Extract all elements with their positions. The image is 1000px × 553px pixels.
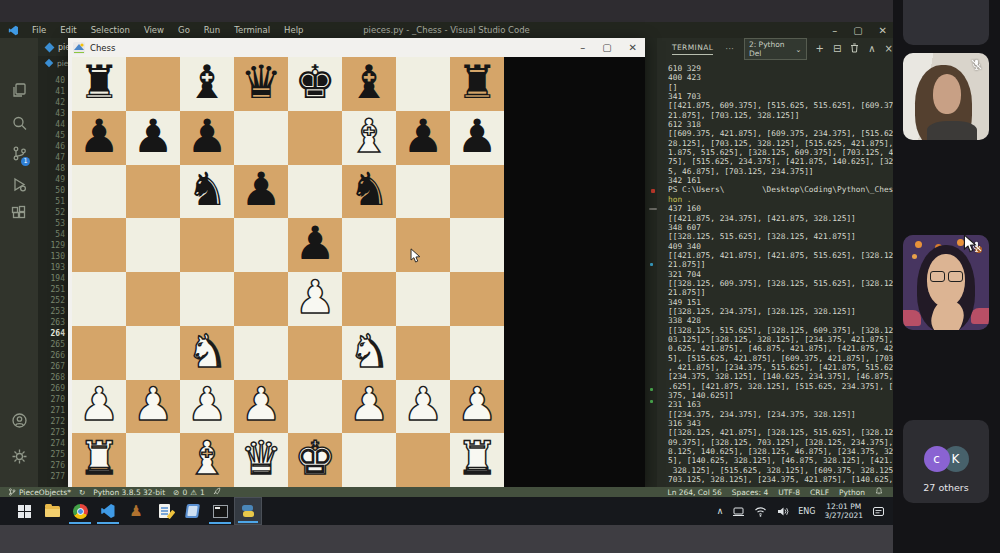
editor-line-numbers: 4041424344454647484950515253541291301931… bbox=[38, 75, 65, 482]
square-d3[interactable] bbox=[234, 326, 288, 380]
piece-black-pawn-g7: ♟ bbox=[402, 113, 443, 159]
mic-muted-icon bbox=[970, 58, 983, 71]
tray-clock[interactable]: 12:01 PM 3/27/2021 bbox=[825, 502, 863, 520]
line-number-251: 251 bbox=[38, 284, 65, 295]
terminal-line: 400 423 bbox=[668, 73, 893, 82]
line-number-43: 43 bbox=[38, 108, 65, 119]
taskbar-notebook-app[interactable] bbox=[178, 497, 206, 525]
square-d6[interactable]: ♟ bbox=[234, 165, 288, 219]
participant-body bbox=[927, 121, 977, 140]
square-h4[interactable] bbox=[450, 272, 504, 326]
terminal-line: 0.625, 421.875], [46.875, 421.875], [421… bbox=[668, 344, 893, 353]
terminal-line: 375, 140.625]] bbox=[668, 391, 893, 400]
sync-icon[interactable]: ↻ bbox=[79, 488, 85, 497]
piece-black-pawn-b7: ♟ bbox=[132, 113, 173, 159]
piece-black-bishop-c8: ♝ bbox=[186, 59, 227, 105]
problems-item[interactable]: ⊘0 ⚠1 bbox=[173, 488, 205, 497]
terminal-line: 1.875, 515.625], [328.125, 609.375], [70… bbox=[668, 148, 893, 157]
square-a8[interactable]: ♜ bbox=[72, 57, 126, 111]
square-b2[interactable]: ♟ bbox=[126, 380, 180, 434]
line-number-53: 53 bbox=[38, 218, 65, 229]
line-number-263: 263 bbox=[38, 317, 65, 328]
square-f5[interactable] bbox=[342, 218, 396, 272]
square-b8[interactable] bbox=[126, 57, 180, 111]
line-number-40: 40 bbox=[38, 75, 65, 86]
square-e4[interactable]: ♟ bbox=[288, 272, 342, 326]
terminal-line: 349 151 bbox=[668, 298, 893, 307]
python-icon bbox=[240, 503, 256, 519]
vscode-window-controls: – ▢ ✕ bbox=[832, 22, 887, 38]
square-c3[interactable]: ♞ bbox=[180, 326, 234, 380]
document-icon bbox=[159, 504, 170, 518]
terminal-line: 21.875]] bbox=[668, 288, 893, 297]
command-prompt-icon bbox=[213, 505, 228, 518]
windows-logo-icon bbox=[18, 505, 31, 518]
editor-minimap-mark bbox=[650, 400, 653, 403]
vscode-close-button[interactable]: ✕ bbox=[879, 25, 887, 36]
square-d8[interactable]: ♛ bbox=[234, 57, 288, 111]
terminal-line: 09.375], [328.125, 703.125], [328.125, 2… bbox=[668, 438, 893, 447]
piece-white-pawn-g2: ♟ bbox=[402, 381, 443, 427]
line-number-49: 49 bbox=[38, 174, 65, 185]
line-number-130: 130 bbox=[38, 251, 65, 262]
line-number-44: 44 bbox=[38, 119, 65, 130]
piece-black-bishop-f8: ♝ bbox=[348, 59, 389, 105]
vscode-menubar: FileEditSelectionViewGoRunTerminalHelp p… bbox=[0, 22, 893, 38]
square-d4[interactable] bbox=[234, 272, 288, 326]
vscode-icon bbox=[100, 503, 116, 519]
editor-minimap-mark bbox=[649, 208, 657, 210]
line-number-253: 253 bbox=[38, 306, 65, 317]
tray-volume-icon[interactable] bbox=[776, 505, 789, 518]
taskbar-python[interactable] bbox=[234, 497, 262, 525]
line-number-252: 252 bbox=[38, 295, 65, 306]
participant-tile-video-1[interactable] bbox=[903, 53, 989, 140]
extensions-icon[interactable] bbox=[11, 205, 28, 222]
line-number-48: 48 bbox=[38, 163, 65, 174]
piece-white-knight-f3: ♞ bbox=[348, 328, 389, 374]
terminal-line: 5], [515.625, 421.875], [609.375, 421.87… bbox=[668, 354, 893, 363]
menu-run[interactable]: Run bbox=[197, 25, 227, 35]
terminal-line: [] bbox=[668, 83, 893, 92]
terminal-line: 342 161 bbox=[668, 176, 893, 185]
chess-game-window: Chess – ▢ ✕ ♜♝♛♚♝♜♟♟♟♝♟♟♞♟♞♟♟♞♞♟♟♟♟♟♟♟♜♝… bbox=[68, 38, 645, 487]
chess-window-content: ♜♝♛♚♝♜♟♟♟♝♟♟♞♟♞♟♟♞♞♟♟♟♟♟♟♟♜♝♛♚♜ bbox=[68, 57, 645, 487]
windows-taskbar: ♟ ∧ ENG 12:01 PM 3/27/2021 bbox=[0, 497, 893, 525]
account-icon[interactable] bbox=[11, 412, 28, 429]
lantern-decoration bbox=[915, 241, 922, 248]
editor-minimap-mark bbox=[650, 263, 653, 266]
explorer-icon[interactable] bbox=[11, 82, 28, 99]
errors-icon: ⊘ bbox=[173, 488, 179, 497]
square-d1[interactable]: ♛ bbox=[234, 433, 288, 487]
terminal-line: 231 163 bbox=[668, 400, 893, 409]
python-file-icon bbox=[45, 59, 53, 67]
square-c2[interactable]: ♟ bbox=[180, 380, 234, 434]
menu-go[interactable]: Go bbox=[171, 25, 197, 35]
line-number-266: 266 bbox=[38, 350, 65, 361]
terminal-header: TERMINAL ··· 2: Python Del ⌄ + ⊟ ∧ × bbox=[657, 38, 893, 60]
line-number-51: 51 bbox=[38, 196, 65, 207]
line-number-267: 267 bbox=[38, 361, 65, 372]
square-h7[interactable]: ♟ bbox=[450, 111, 504, 165]
terminal-line: 610 329 bbox=[668, 64, 893, 73]
terminal-line: 21.875]] bbox=[668, 260, 893, 269]
square-g6[interactable] bbox=[396, 165, 450, 219]
settings-gear-icon[interactable] bbox=[11, 448, 28, 465]
python-interpreter-item[interactable]: Python 3.8.5 32-bit bbox=[93, 488, 165, 497]
piece-black-rook-a8: ♜ bbox=[78, 59, 119, 105]
chess-window-titlebar[interactable]: Chess – ▢ ✕ bbox=[68, 38, 645, 57]
square-h5[interactable] bbox=[450, 218, 504, 272]
piece-white-pawn-a2: ♟ bbox=[78, 381, 119, 427]
video-call-screen: FileEditSelectionViewGoRunTerminalHelp p… bbox=[0, 0, 1000, 553]
terminal-line: hon . bbox=[668, 195, 893, 204]
line-number-46: 46 bbox=[38, 141, 65, 152]
square-f1[interactable] bbox=[342, 433, 396, 487]
square-g1[interactable] bbox=[396, 433, 450, 487]
taskbar-chrome[interactable] bbox=[66, 497, 94, 525]
chess-board: ♜♝♛♚♝♜♟♟♟♝♟♟♞♟♞♟♟♞♞♟♟♟♟♟♟♟♜♝♛♚♜ bbox=[72, 57, 504, 487]
square-g2[interactable]: ♟ bbox=[396, 380, 450, 434]
tray-device-icon[interactable] bbox=[732, 505, 745, 518]
terminal-output[interactable]: 610 329400 423[]341 703[[421.875, 609.37… bbox=[668, 64, 893, 484]
terminal-line: 612 318 bbox=[668, 120, 893, 129]
square-e6[interactable] bbox=[288, 165, 342, 219]
piece-black-pawn-e5: ♟ bbox=[294, 220, 335, 266]
git-branch-icon bbox=[8, 488, 16, 496]
terminal-line: 348 607 bbox=[668, 223, 893, 232]
piece-white-pawn-b2: ♟ bbox=[132, 381, 173, 427]
piece-white-pawn-d2: ♟ bbox=[240, 381, 281, 427]
square-g7[interactable]: ♟ bbox=[396, 111, 450, 165]
square-d7[interactable] bbox=[234, 111, 288, 165]
terminal-line: [[328.125, 421.875], [328.125, 515.625],… bbox=[668, 428, 893, 437]
square-a5[interactable] bbox=[72, 218, 126, 272]
run-debug-icon[interactable] bbox=[11, 176, 28, 193]
line-number-274: 274 bbox=[38, 438, 65, 449]
square-b6[interactable] bbox=[126, 165, 180, 219]
chess-side-panel bbox=[504, 57, 645, 487]
terminal-line: [[421.875, 421.875], [421.875, 515.625],… bbox=[668, 251, 893, 260]
menu-edit[interactable]: Edit bbox=[53, 25, 83, 35]
tray-date: 3/27/2021 bbox=[825, 511, 863, 520]
line-number-268: 268 bbox=[38, 372, 65, 383]
piece-black-queen-d8: ♛ bbox=[240, 59, 281, 105]
square-b7[interactable]: ♟ bbox=[126, 111, 180, 165]
line-number-265: 265 bbox=[38, 339, 65, 350]
vscode-statusbar: PieceObjects* ↻ Python 3.8.5 32-bit ⊘0 ⚠… bbox=[0, 487, 893, 497]
kill-terminal-icon[interactable] bbox=[850, 43, 859, 55]
piece-white-bishop-f7: ♝ bbox=[348, 113, 389, 159]
piece-black-knight-f6: ♞ bbox=[348, 166, 389, 212]
square-c7[interactable]: ♟ bbox=[180, 111, 234, 165]
piece-white-pawn-f2: ♟ bbox=[348, 381, 389, 427]
split-terminal-icon[interactable]: ⊟ bbox=[833, 44, 841, 54]
square-b3[interactable] bbox=[126, 326, 180, 380]
square-c6[interactable]: ♞ bbox=[180, 165, 234, 219]
square-a2[interactable]: ♟ bbox=[72, 380, 126, 434]
action-center-icon[interactable] bbox=[872, 505, 885, 518]
square-d5[interactable] bbox=[234, 218, 288, 272]
editor-sliver bbox=[645, 38, 657, 487]
line-number-50: 50 bbox=[38, 185, 65, 196]
menu-file[interactable]: File bbox=[25, 25, 53, 35]
square-b1[interactable] bbox=[126, 433, 180, 487]
new-terminal-icon[interactable]: + bbox=[816, 44, 824, 54]
line-number-272: 272 bbox=[38, 416, 65, 427]
line-number-42: 42 bbox=[38, 97, 65, 108]
taskbar-document-app[interactable] bbox=[150, 497, 178, 525]
line-number-277: 277 bbox=[38, 471, 65, 482]
line-number-275: 275 bbox=[38, 449, 65, 460]
line-number-270: 270 bbox=[38, 394, 65, 405]
terminal-line: [[328.125, 515.625], [328.125, 421.875]] bbox=[668, 232, 893, 241]
git-branch-item[interactable]: PieceObjects* bbox=[8, 488, 71, 497]
vscode-minimize-button[interactable]: – bbox=[832, 25, 837, 36]
rocket-icon[interactable] bbox=[213, 487, 221, 497]
python-file-icon bbox=[45, 42, 55, 52]
line-number-273: 273 bbox=[38, 427, 65, 438]
pygame-app-icon bbox=[73, 42, 85, 54]
square-b4[interactable] bbox=[126, 272, 180, 326]
taskbar-vscode[interactable] bbox=[94, 497, 122, 525]
piece-white-queen-d1: ♛ bbox=[240, 435, 281, 481]
taskbar-file-explorer[interactable] bbox=[38, 497, 66, 525]
line-number-45: 45 bbox=[38, 130, 65, 141]
menu-help[interactable]: Help bbox=[277, 25, 310, 35]
search-icon[interactable] bbox=[11, 115, 28, 132]
line-number-54: 54 bbox=[38, 229, 65, 240]
terminal-line: [[421.875, 609.375], [515.625, 515.625],… bbox=[668, 101, 893, 110]
terminal-line: 321 704 bbox=[668, 270, 893, 279]
chess-close-button[interactable]: ✕ bbox=[629, 42, 637, 53]
square-f8[interactable]: ♝ bbox=[342, 57, 396, 111]
line-number-193: 193 bbox=[38, 262, 65, 273]
menu-items: FileEditSelectionViewGoRunTerminalHelp bbox=[25, 25, 310, 35]
piece-black-pawn-d6: ♟ bbox=[240, 166, 281, 212]
square-a6[interactable] bbox=[72, 165, 126, 219]
background-decoration bbox=[903, 310, 921, 326]
chess-maximize-button[interactable]: ▢ bbox=[602, 42, 611, 53]
square-a7[interactable]: ♟ bbox=[72, 111, 126, 165]
tray-wifi-icon[interactable] bbox=[754, 505, 767, 518]
tray-time: 12:01 PM bbox=[825, 502, 863, 511]
indentation-item[interactable]: Spaces: 4 bbox=[732, 488, 768, 497]
terminal-line: 21.875], [703.125, 328.125]] bbox=[668, 111, 893, 120]
terminal-line: 03.125], [328.125, 328.125], [234.375, 4… bbox=[668, 335, 893, 344]
square-g3[interactable] bbox=[396, 326, 450, 380]
chrome-icon bbox=[73, 504, 88, 519]
square-b5[interactable] bbox=[126, 218, 180, 272]
piece-white-pawn-h2: ♟ bbox=[456, 381, 497, 427]
square-e2[interactable] bbox=[288, 380, 342, 434]
terminal-line: 75], [515.625, 234.375], [421.875, 140.6… bbox=[668, 157, 893, 166]
terminal-line: PS C:\Users\ \Desktop\Coding\Python\_Che… bbox=[668, 185, 893, 194]
editor-error-mark bbox=[651, 189, 655, 193]
terminal-line: [234.375, 328.125], [140.625, 234.375], … bbox=[668, 372, 893, 381]
line-number-52: 52 bbox=[38, 207, 65, 218]
piece-white-pawn-e4: ♟ bbox=[294, 274, 335, 320]
participant-face bbox=[933, 74, 961, 114]
square-a4[interactable] bbox=[72, 272, 126, 326]
terminal-line: .625], [421.875, 328.125], [515.625, 234… bbox=[668, 382, 893, 391]
piece-black-king-e8: ♚ bbox=[294, 59, 335, 105]
square-f6[interactable]: ♞ bbox=[342, 165, 396, 219]
terminal-line: [[234.375, 234.375], [234.375, 328.125]] bbox=[668, 410, 893, 419]
piece-black-pawn-a7: ♟ bbox=[78, 113, 119, 159]
piece-black-rook-h8: ♜ bbox=[456, 59, 497, 105]
piece-black-pawn-c7: ♟ bbox=[186, 113, 227, 159]
call-window-top-strip bbox=[0, 0, 893, 22]
square-e1[interactable]: ♚ bbox=[288, 433, 342, 487]
eol-item[interactable]: CRLF bbox=[810, 488, 829, 497]
menu-terminal[interactable]: Terminal bbox=[227, 25, 277, 35]
terminal-line: [[609.375, 421.875], [609.375, 234.375],… bbox=[668, 129, 893, 138]
participant-tile-camera-off[interactable] bbox=[903, 0, 989, 45]
call-window-bottom-strip bbox=[0, 525, 893, 553]
terminal-line: 8.125, 140.625], [328.125, 46.875], [234… bbox=[668, 447, 893, 456]
shared-screen-cursor bbox=[410, 248, 421, 264]
square-e3[interactable] bbox=[288, 326, 342, 380]
chess-minimize-button[interactable]: – bbox=[580, 42, 585, 53]
terminal-tab[interactable]: TERMINAL bbox=[672, 43, 713, 55]
square-g5[interactable] bbox=[396, 218, 450, 272]
chess-pawn-icon: ♟ bbox=[129, 504, 142, 519]
square-e5[interactable]: ♟ bbox=[288, 218, 342, 272]
square-c5[interactable] bbox=[180, 218, 234, 272]
piece-white-pawn-c2: ♟ bbox=[186, 381, 227, 427]
vscode-logo-icon bbox=[8, 25, 19, 36]
maximize-panel-icon[interactable]: ∧ bbox=[868, 44, 875, 54]
warnings-icon: ⚠ bbox=[190, 488, 197, 497]
notifications-bell-icon[interactable] bbox=[875, 487, 883, 497]
terminal-line: 5], [140.625, 328.125], [46.875, 328.125… bbox=[668, 456, 893, 465]
piece-white-king-e1: ♚ bbox=[294, 435, 335, 481]
glasses bbox=[930, 271, 963, 282]
line-number-264: 264 bbox=[38, 328, 65, 339]
terminal-shell-dropdown[interactable]: 2: Python Del ⌄ bbox=[744, 38, 807, 60]
terminal-line: [[328.125, 234.375], [328.125, 328.125]] bbox=[668, 307, 893, 316]
terminal-more-icon[interactable]: ··· bbox=[725, 44, 734, 54]
terminal-line: 5, 46.875], [703.125, 234.375]] bbox=[668, 167, 893, 176]
chevron-down-icon: ⌄ bbox=[795, 45, 801, 54]
avatar-c: c bbox=[924, 446, 950, 472]
line-number-269: 269 bbox=[38, 383, 65, 394]
square-f3[interactable]: ♞ bbox=[342, 326, 396, 380]
square-c1[interactable]: ♝ bbox=[180, 433, 234, 487]
terminal-panel: TERMINAL ··· 2: Python Del ⌄ + ⊟ ∧ × 610… bbox=[657, 38, 893, 487]
square-g8[interactable] bbox=[396, 57, 450, 111]
square-d2[interactable]: ♟ bbox=[234, 380, 288, 434]
square-h3[interactable] bbox=[450, 326, 504, 380]
terminal-line: [[328.125, 609.375], [328.125, 515.625],… bbox=[668, 279, 893, 288]
line-number-129: 129 bbox=[38, 240, 65, 251]
square-e8[interactable]: ♚ bbox=[288, 57, 342, 111]
square-f7[interactable]: ♝ bbox=[342, 111, 396, 165]
vscode-activity-bar: 1 bbox=[0, 38, 38, 487]
editor-minimap-mark bbox=[650, 388, 653, 391]
line-number-41: 41 bbox=[38, 86, 65, 97]
vscode-maximize-button[interactable]: ▢ bbox=[853, 25, 862, 36]
folder-icon bbox=[45, 506, 60, 517]
more-participants-tile[interactable]: c K 27 others bbox=[903, 420, 989, 503]
square-g4[interactable] bbox=[396, 272, 450, 326]
close-panel-icon[interactable]: × bbox=[885, 44, 893, 54]
chess-window-controls: – ▢ ✕ bbox=[580, 38, 637, 57]
terminal-line: 703.125, 328.125], [234.375, 421.875], [… bbox=[668, 475, 893, 484]
square-f2[interactable]: ♟ bbox=[342, 380, 396, 434]
terminal-line: 328.125], [515.625, 328.125], [609.375, … bbox=[668, 466, 893, 475]
square-h6[interactable] bbox=[450, 165, 504, 219]
line-number-271: 271 bbox=[38, 405, 65, 416]
encoding-item[interactable]: UTF-8 bbox=[778, 488, 800, 497]
background-decoration bbox=[971, 308, 989, 324]
terminal-line: 316 343 bbox=[668, 419, 893, 428]
participants-sidebar: c K 27 others bbox=[893, 0, 1000, 553]
terminal-line: , 421.875], [234.375, 515.625], [421.875… bbox=[668, 363, 893, 372]
tray-language[interactable]: ENG bbox=[798, 507, 815, 516]
notebook-icon bbox=[185, 504, 200, 518]
piece-white-bishop-c1: ♝ bbox=[186, 435, 227, 481]
square-e7[interactable] bbox=[288, 111, 342, 165]
line-number-276: 276 bbox=[38, 460, 65, 471]
terminal-line: 28.125], [703.125, 328.125], [515.625, 4… bbox=[668, 139, 893, 148]
taskbar-chess-app[interactable]: ♟ bbox=[122, 497, 150, 525]
system-tray: ∧ ENG 12:01 PM 3/27/2021 bbox=[717, 502, 885, 520]
square-c4[interactable] bbox=[180, 272, 234, 326]
start-button[interactable] bbox=[10, 497, 38, 525]
square-h8[interactable]: ♜ bbox=[450, 57, 504, 111]
line-number-194: 194 bbox=[38, 273, 65, 284]
square-a1[interactable]: ♜ bbox=[72, 433, 126, 487]
cursor-position-item[interactable]: Ln 264, Col 56 bbox=[667, 488, 721, 497]
others-count-label: 27 others bbox=[903, 482, 989, 493]
piece-white-knight-c3: ♞ bbox=[186, 328, 227, 374]
terminal-line: [[328.125, 515.625], [328.125, 609.375],… bbox=[668, 326, 893, 335]
square-f4[interactable] bbox=[342, 272, 396, 326]
source-control-badge: 1 bbox=[21, 157, 30, 166]
square-h2[interactable]: ♟ bbox=[450, 380, 504, 434]
square-a3[interactable] bbox=[72, 326, 126, 380]
terminal-line: [[421.875, 234.375], [421.875, 328.125]] bbox=[668, 214, 893, 223]
terminal-line: 338 428 bbox=[668, 316, 893, 325]
line-number-47: 47 bbox=[38, 152, 65, 163]
menu-view[interactable]: View bbox=[137, 25, 171, 35]
piece-black-pawn-h7: ♟ bbox=[456, 113, 497, 159]
piece-white-rook-a1: ♜ bbox=[78, 435, 119, 481]
terminal-line: 409 340 bbox=[668, 242, 893, 251]
local-mouse-cursor bbox=[963, 234, 977, 254]
square-c8[interactable]: ♝ bbox=[180, 57, 234, 111]
chess-window-title: Chess bbox=[90, 43, 115, 53]
square-h1[interactable]: ♜ bbox=[450, 433, 504, 487]
menu-selection[interactable]: Selection bbox=[84, 25, 137, 35]
tray-chevron-icon[interactable]: ∧ bbox=[717, 506, 724, 516]
piece-white-rook-h1: ♜ bbox=[456, 435, 497, 481]
piece-black-knight-c6: ♞ bbox=[186, 166, 227, 212]
terminal-line: 437 160 bbox=[668, 204, 893, 213]
terminal-line: 341 703 bbox=[668, 92, 893, 101]
taskbar-terminal[interactable] bbox=[206, 497, 234, 525]
language-item[interactable]: Python bbox=[839, 488, 865, 497]
